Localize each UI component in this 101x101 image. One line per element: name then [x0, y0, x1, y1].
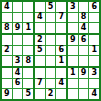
- cell-r6c8[interactable]: [79, 56, 89, 66]
- cell-r9c6[interactable]: [56, 89, 66, 99]
- cell-r2c3[interactable]: [23, 13, 33, 23]
- cell-r1c3[interactable]: [23, 2, 33, 12]
- cell-r3c9[interactable]: [89, 23, 99, 33]
- cell-r7c5[interactable]: [46, 68, 56, 78]
- cell-r6c9[interactable]: [89, 56, 99, 66]
- cell-r9c3[interactable]: 5: [23, 89, 33, 99]
- cell-r5c6[interactable]: 6: [56, 46, 66, 56]
- cell-r2c5[interactable]: [46, 13, 56, 23]
- cell-r8c4[interactable]: 7: [35, 79, 45, 89]
- cell-r7c3[interactable]: [23, 68, 33, 78]
- cell-r5c7[interactable]: [68, 46, 78, 56]
- cell-r7c2[interactable]: 4: [13, 68, 23, 78]
- cell-r4c6[interactable]: [56, 35, 66, 45]
- cell-r5c5[interactable]: [46, 46, 56, 56]
- cell-r7c4[interactable]: [35, 68, 45, 78]
- cell-r6c7[interactable]: [68, 56, 78, 66]
- cell-r5c4[interactable]: 5: [35, 46, 45, 56]
- cell-r9c5[interactable]: 2: [46, 89, 56, 99]
- cell-r3c1[interactable]: 8: [2, 23, 12, 33]
- cell-r8c9[interactable]: [89, 79, 99, 89]
- sudoku-puzzle: 48915473684238256196146957421934: [0, 0, 101, 101]
- cell-r6c4[interactable]: [35, 56, 45, 66]
- cell-r4c7[interactable]: 9: [68, 35, 78, 45]
- cell-r1c9[interactable]: 6: [89, 2, 99, 12]
- cell-r4c9[interactable]: [89, 35, 99, 45]
- cell-r4c8[interactable]: 6: [79, 35, 89, 45]
- cell-r3c3[interactable]: 1: [23, 23, 33, 33]
- cell-r4c3[interactable]: [23, 35, 33, 45]
- block-8: 742: [35, 68, 66, 99]
- cell-r9c7[interactable]: [68, 89, 78, 99]
- cell-r5c8[interactable]: [79, 46, 89, 56]
- block-2: 547: [35, 2, 66, 33]
- cell-r5c3[interactable]: [23, 46, 33, 56]
- cell-r2c8[interactable]: 8: [79, 13, 89, 23]
- cell-r8c6[interactable]: 4: [56, 79, 66, 89]
- cell-r8c5[interactable]: [46, 79, 56, 89]
- cell-r8c1[interactable]: [2, 79, 12, 89]
- cell-r1c6[interactable]: [56, 2, 66, 12]
- cell-r9c4[interactable]: [35, 89, 45, 99]
- cell-r1c2[interactable]: [13, 2, 23, 12]
- cell-r2c1[interactable]: [2, 13, 12, 23]
- cell-r6c3[interactable]: 8: [23, 56, 33, 66]
- cell-r4c2[interactable]: [13, 35, 23, 45]
- cell-r1c7[interactable]: 3: [68, 2, 78, 12]
- cell-r7c6[interactable]: [56, 68, 66, 78]
- cell-r9c9[interactable]: 4: [89, 89, 99, 99]
- cell-r9c1[interactable]: 9: [2, 89, 12, 99]
- cell-r6c2[interactable]: 3: [13, 56, 23, 66]
- cell-r4c5[interactable]: [46, 35, 56, 45]
- cell-r8c8[interactable]: [79, 79, 89, 89]
- cell-r2c4[interactable]: 4: [35, 13, 45, 23]
- cell-r5c2[interactable]: [13, 46, 23, 56]
- block-1: 4891: [2, 2, 33, 33]
- block-3: 3684: [68, 2, 99, 33]
- cell-r1c8[interactable]: [79, 2, 89, 12]
- cell-r7c9[interactable]: 3: [89, 68, 99, 78]
- cell-r2c2[interactable]: [13, 13, 23, 23]
- cell-r5c1[interactable]: 2: [2, 46, 12, 56]
- cell-r3c6[interactable]: [56, 23, 66, 33]
- cell-r4c4[interactable]: 2: [35, 35, 45, 45]
- cell-r6c1[interactable]: [2, 56, 12, 66]
- cell-r8c3[interactable]: [23, 79, 33, 89]
- cell-r2c9[interactable]: [89, 13, 99, 23]
- cell-r1c5[interactable]: 5: [46, 2, 56, 12]
- sudoku-board: 48915473684238256196146957421934: [0, 0, 101, 101]
- cell-r7c1[interactable]: [2, 68, 12, 78]
- cell-r7c8[interactable]: 9: [79, 68, 89, 78]
- block-9: 1934: [68, 68, 99, 99]
- block-5: 2561: [35, 35, 66, 66]
- cell-r2c6[interactable]: 7: [56, 13, 66, 23]
- cell-r9c8[interactable]: [79, 89, 89, 99]
- cell-r8c2[interactable]: 6: [13, 79, 23, 89]
- cell-r7c7[interactable]: 1: [68, 68, 78, 78]
- cell-r3c4[interactable]: [35, 23, 45, 33]
- cell-r2c7[interactable]: [68, 13, 78, 23]
- cell-r6c6[interactable]: 1: [56, 56, 66, 66]
- cell-r6c5[interactable]: [46, 56, 56, 66]
- block-7: 4695: [2, 68, 33, 99]
- cell-r1c1[interactable]: 4: [2, 2, 12, 12]
- cell-r1c4[interactable]: [35, 2, 45, 12]
- block-6: 961: [68, 35, 99, 66]
- cell-r8c7[interactable]: [68, 79, 78, 89]
- block-4: 238: [2, 35, 33, 66]
- cell-r3c7[interactable]: [68, 23, 78, 33]
- cell-r3c8[interactable]: 4: [79, 23, 89, 33]
- cell-r9c2[interactable]: [13, 89, 23, 99]
- cell-r3c2[interactable]: 9: [13, 23, 23, 33]
- cell-r3c5[interactable]: [46, 23, 56, 33]
- cell-r5c9[interactable]: 1: [89, 46, 99, 56]
- cell-r4c1[interactable]: [2, 35, 12, 45]
